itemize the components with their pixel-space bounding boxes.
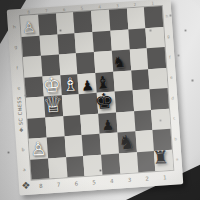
square-h5 — [73, 11, 92, 33]
square-h8: ♙ — [20, 15, 39, 37]
square-g5 — [75, 32, 94, 54]
square-h3 — [109, 9, 128, 31]
square-c5 — [80, 113, 99, 135]
square-g1 — [146, 27, 165, 49]
coord-label: 4 — [103, 174, 122, 187]
coord-label: 6 — [67, 177, 86, 190]
square-c8 — [27, 117, 46, 139]
coord-label: g — [10, 37, 22, 58]
square-d2 — [132, 89, 151, 111]
brand-compass-logo-icon: ❖ — [20, 180, 33, 193]
square-d6 — [61, 94, 80, 116]
coord-label: g — [164, 26, 172, 47]
square-h4 — [91, 10, 110, 32]
brand-text: ❖ SC CHESS — [14, 94, 27, 135]
piece-white-pawn: ♙ — [30, 139, 47, 158]
coord-label: 2 — [138, 172, 157, 185]
square-b6 — [64, 135, 83, 157]
piece-black-knight: ♞ — [118, 132, 136, 152]
square-e8 — [24, 76, 43, 98]
coord-label: h — [8, 16, 20, 37]
square-d1 — [150, 88, 169, 110]
coord-label: 1 — [156, 171, 175, 184]
coord-label: 5 — [85, 176, 104, 189]
square-e3 — [113, 70, 132, 92]
square-e6: ♗ — [60, 74, 79, 96]
square-g4 — [92, 30, 111, 52]
square-c4: ♟ — [98, 112, 117, 134]
square-e2 — [131, 69, 150, 91]
square-f8 — [23, 56, 42, 78]
square-a1: ♜ — [154, 149, 173, 171]
square-f6 — [58, 53, 77, 75]
square-c1 — [151, 108, 170, 130]
photo-speckles — [0, 0, 1, 1]
square-f5 — [76, 52, 95, 74]
coord-label: a — [173, 149, 181, 170]
square-c6 — [63, 115, 82, 137]
square-g3 — [110, 29, 129, 51]
square-d7: ♕ — [44, 95, 63, 117]
board-sheet: 87654321 87654321 hgfedcba hgfedcba ❖ SC… — [7, 0, 184, 195]
piece-black-knight: ♞ — [112, 54, 126, 70]
piece-white-pawn: ♙ — [22, 19, 36, 35]
coord-label: a — [18, 159, 30, 180]
square-b3: ♞ — [117, 131, 136, 153]
square-h1 — [144, 6, 163, 28]
square-a3 — [119, 152, 138, 174]
coord-label: d — [169, 87, 177, 108]
square-h2 — [126, 7, 145, 29]
piece-white-bishop: ♗ — [62, 75, 79, 94]
square-d4: ♚ — [97, 92, 116, 114]
square-c2 — [134, 110, 153, 132]
coord-label: b — [171, 128, 179, 149]
square-g6 — [57, 33, 76, 55]
coord-label: b — [17, 139, 29, 160]
coord-label: 7 — [49, 178, 68, 191]
square-a4 — [101, 153, 120, 175]
coord-label: f — [11, 57, 23, 78]
piece-black-pawn: ♟ — [101, 118, 115, 133]
square-f2 — [129, 48, 148, 70]
coord-label: f — [166, 46, 174, 67]
square-b7 — [46, 136, 65, 158]
square-h6 — [56, 12, 75, 34]
coord-label: h — [163, 6, 171, 27]
coord-label: c — [170, 108, 178, 129]
square-h7 — [38, 14, 57, 36]
square-g2 — [128, 28, 147, 50]
piece-black-king: ♚ — [94, 90, 114, 112]
chessboard-photo: 87654321 87654321 hgfedcba hgfedcba ❖ SC… — [0, 0, 200, 200]
coord-label: e — [167, 67, 175, 88]
square-a6 — [66, 155, 85, 177]
square-b4 — [100, 133, 119, 155]
piece-black-pawn: ♟ — [81, 78, 95, 93]
coord-label: 8 — [32, 179, 51, 192]
coord-label: 3 — [120, 173, 139, 186]
square-b8: ♙ — [29, 137, 48, 159]
square-b5 — [82, 134, 101, 156]
square-d3 — [114, 90, 133, 112]
square-g8 — [22, 35, 41, 57]
square-g7 — [39, 34, 58, 56]
square-c7 — [45, 116, 64, 138]
square-a7 — [48, 157, 67, 179]
square-f4 — [94, 51, 113, 73]
square-f1 — [147, 47, 166, 69]
square-a5 — [83, 154, 102, 176]
piece-black-rook: ♜ — [152, 148, 169, 167]
square-f3: ♞ — [112, 49, 131, 71]
board-grid: ♙♞♔♗♟♝♕♚♟♙♞♜ — [20, 6, 173, 180]
square-a8 — [30, 158, 49, 180]
square-e1 — [148, 67, 167, 89]
